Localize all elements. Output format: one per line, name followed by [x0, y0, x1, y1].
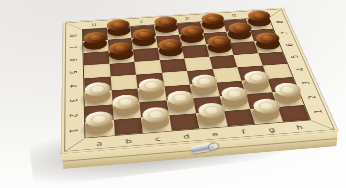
- frame-corner-line: [65, 138, 85, 151]
- metal-clasp-icon: [191, 143, 214, 155]
- file-label: h: [82, 19, 106, 29]
- file-label: b: [221, 10, 247, 20]
- checker-light-d2: [167, 90, 195, 106]
- file-label: a: [243, 9, 269, 19]
- checker-dark-d6: [158, 38, 183, 51]
- rank-labels-left: 12345678: [62, 29, 85, 140]
- rank-label: 7: [271, 28, 298, 38]
- square-c1: [141, 115, 171, 133]
- file-label: f: [129, 16, 154, 26]
- perspective-wrapper: hgfedcba abcdefgh 12345678 12345678: [0, 0, 346, 188]
- file-label: d: [175, 13, 200, 23]
- checker-dark-c7: [132, 28, 156, 40]
- square-e1: [196, 111, 227, 129]
- rank-label: 5: [281, 51, 310, 62]
- board-top-face: hgfedcba abcdefgh 12345678 12345678: [62, 8, 338, 154]
- rank-label: 8: [267, 17, 294, 27]
- checker-light-e3: [191, 74, 219, 89]
- file-label: e: [152, 15, 177, 25]
- square-g1: [250, 107, 282, 124]
- rank-label: 6: [60, 54, 86, 66]
- square-e3: [190, 82, 220, 98]
- rank-label: 7: [60, 42, 85, 53]
- square-c3: [138, 86, 167, 102]
- file-label: g: [105, 18, 129, 28]
- checker-dark-b6: [108, 42, 133, 55]
- rank-label: 6: [276, 39, 304, 50]
- checker-light-a3: [85, 82, 111, 97]
- square-e5: [184, 57, 212, 71]
- checker-light-a1: [85, 111, 113, 128]
- checker-light-c1: [141, 107, 170, 124]
- checker-dark-e7: [180, 25, 205, 37]
- checkers-board: hgfedcba abcdefgh 12345678 12345678: [62, 8, 338, 154]
- square-b6: [108, 50, 134, 64]
- checker-light-c3: [138, 78, 165, 93]
- square-f6: [206, 43, 234, 57]
- square-a1: [85, 119, 114, 137]
- square-a5: [84, 64, 110, 79]
- square-b2: [112, 102, 141, 119]
- product-photo-scene: hgfedcba abcdefgh 12345678 12345678: [0, 0, 346, 188]
- checker-dark-a7: [83, 32, 107, 45]
- checker-light-b2: [112, 94, 139, 110]
- file-label: c: [198, 12, 223, 22]
- square-b4: [110, 75, 137, 90]
- rank-label: 8: [60, 30, 85, 41]
